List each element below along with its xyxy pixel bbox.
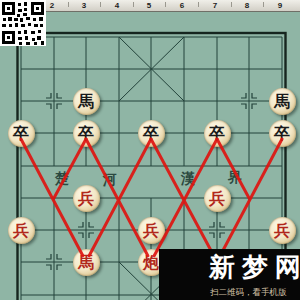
watermark-title-char: 新: [209, 251, 235, 284]
qr-code-icon: [0, 0, 46, 46]
watermark-title: 新梦网: [209, 251, 300, 284]
watermark-subtitle: 扫二维码，看手机版: [210, 287, 300, 297]
xiangqi-board-screenshot: 123456789 楚河漢界 馬馬卒卒卒卒卒兵兵兵兵兵馬炮: [0, 0, 300, 300]
watermark-title-char: 网: [275, 251, 300, 284]
watermark-title-char: 梦: [242, 251, 268, 284]
